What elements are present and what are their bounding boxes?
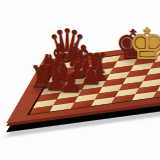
natural-king[interactable]: ♚ <box>128 23 160 66</box>
chess-set-product-photo: ♜♞♝♛♞♝♜♟♟♟♟♟♟♟♟♚♚ <box>0 0 160 160</box>
red-pawn-4[interactable]: ♟ <box>59 70 82 96</box>
red-pawn-7[interactable]: ♟ <box>80 64 102 88</box>
